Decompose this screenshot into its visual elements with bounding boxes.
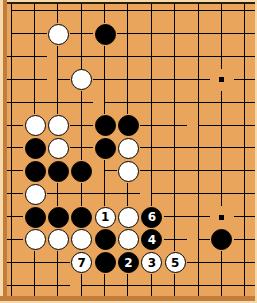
intersection[interactable] xyxy=(23,69,46,92)
intersection[interactable] xyxy=(23,46,46,69)
move-number: 7 xyxy=(78,257,86,269)
white-stone[interactable]: 3 xyxy=(141,252,162,273)
intersection[interactable] xyxy=(164,69,187,92)
white-stone[interactable] xyxy=(48,115,69,136)
intersection[interactable] xyxy=(210,46,233,69)
intersection[interactable] xyxy=(140,46,163,69)
intersection[interactable] xyxy=(70,274,93,297)
intersection[interactable] xyxy=(93,274,116,297)
intersection[interactable] xyxy=(234,228,257,251)
intersection[interactable] xyxy=(164,91,187,114)
hoshi-star-point xyxy=(219,215,224,220)
intersection[interactable] xyxy=(234,91,257,114)
intersection[interactable] xyxy=(187,183,210,206)
intersection[interactable] xyxy=(210,160,233,183)
white-stone[interactable]: 5 xyxy=(165,252,186,273)
intersection[interactable] xyxy=(210,91,233,114)
intersection[interactable] xyxy=(234,160,257,183)
intersection[interactable] xyxy=(187,91,210,114)
intersection[interactable] xyxy=(47,91,70,114)
intersection[interactable] xyxy=(187,46,210,69)
frame-bevel-top-dark xyxy=(0,2,257,4)
intersection[interactable] xyxy=(187,69,210,92)
white-stone[interactable] xyxy=(25,229,46,250)
frame-bevel-right-light xyxy=(255,0,257,303)
white-stone[interactable] xyxy=(71,229,92,250)
intersection[interactable] xyxy=(47,46,70,69)
intersection[interactable] xyxy=(117,274,140,297)
black-stone[interactable]: 6 xyxy=(141,207,162,228)
intersection[interactable] xyxy=(234,251,257,274)
intersection[interactable] xyxy=(234,114,257,137)
white-stone[interactable] xyxy=(25,115,46,136)
white-stone[interactable] xyxy=(48,24,69,45)
white-stone[interactable] xyxy=(118,161,139,182)
intersection[interactable] xyxy=(23,91,46,114)
intersection[interactable] xyxy=(140,274,163,297)
intersection[interactable] xyxy=(140,91,163,114)
intersection[interactable] xyxy=(70,137,93,160)
black-stone[interactable] xyxy=(25,161,46,182)
intersection[interactable] xyxy=(164,206,187,229)
intersection[interactable] xyxy=(140,114,163,137)
white-stone[interactable] xyxy=(25,184,46,205)
intersection[interactable] xyxy=(93,160,116,183)
intersection[interactable] xyxy=(140,183,163,206)
intersection[interactable] xyxy=(210,183,233,206)
intersection[interactable] xyxy=(164,183,187,206)
intersection[interactable] xyxy=(164,23,187,46)
intersection[interactable] xyxy=(234,183,257,206)
intersection[interactable] xyxy=(93,46,116,69)
intersection[interactable] xyxy=(187,23,210,46)
white-stone[interactable] xyxy=(118,138,139,159)
intersection[interactable] xyxy=(70,46,93,69)
black-stone[interactable] xyxy=(71,161,92,182)
intersection[interactable] xyxy=(70,23,93,46)
white-stone[interactable] xyxy=(71,69,92,90)
intersection[interactable] xyxy=(93,91,116,114)
intersection[interactable] xyxy=(187,228,210,251)
intersection[interactable] xyxy=(23,251,46,274)
intersection[interactable] xyxy=(187,206,210,229)
black-stone[interactable] xyxy=(95,229,116,250)
intersection[interactable] xyxy=(117,91,140,114)
intersection[interactable] xyxy=(117,183,140,206)
black-stone[interactable] xyxy=(95,138,116,159)
intersection[interactable] xyxy=(164,137,187,160)
intersection[interactable] xyxy=(164,46,187,69)
intersection[interactable] xyxy=(234,23,257,46)
intersection[interactable] xyxy=(187,160,210,183)
go-diagram: 1647235 xyxy=(0,0,257,303)
intersection[interactable] xyxy=(93,183,116,206)
intersection[interactable] xyxy=(187,251,210,274)
intersection[interactable] xyxy=(70,91,93,114)
intersection[interactable] xyxy=(47,274,70,297)
intersection[interactable] xyxy=(117,46,140,69)
intersection[interactable] xyxy=(210,251,233,274)
intersection[interactable] xyxy=(47,69,70,92)
intersection[interactable] xyxy=(187,114,210,137)
intersection[interactable] xyxy=(140,160,163,183)
white-stone[interactable]: 1 xyxy=(95,207,116,228)
intersection[interactable] xyxy=(234,137,257,160)
black-stone[interactable] xyxy=(95,24,116,45)
black-stone[interactable] xyxy=(118,115,139,136)
frame-bevel-left-dark xyxy=(3,0,7,303)
intersection[interactable] xyxy=(210,137,233,160)
white-stone[interactable]: 7 xyxy=(71,252,92,273)
black-stone[interactable] xyxy=(95,252,116,273)
go-board-grid: 1647235 xyxy=(0,0,257,297)
intersection[interactable] xyxy=(23,23,46,46)
intersection[interactable] xyxy=(187,274,210,297)
intersection[interactable] xyxy=(164,274,187,297)
move-number: 4 xyxy=(148,234,156,246)
intersection[interactable] xyxy=(164,160,187,183)
intersection[interactable] xyxy=(234,69,257,92)
intersection[interactable] xyxy=(140,23,163,46)
intersection[interactable] xyxy=(210,274,233,297)
move-number: 5 xyxy=(171,257,179,269)
intersection[interactable] xyxy=(234,206,257,229)
white-stone[interactable] xyxy=(118,207,139,228)
white-stone[interactable] xyxy=(48,229,69,250)
hoshi-star-point xyxy=(219,77,224,82)
black-stone[interactable] xyxy=(48,207,69,228)
intersection[interactable] xyxy=(140,69,163,92)
intersection[interactable] xyxy=(117,69,140,92)
black-stone[interactable] xyxy=(71,207,92,228)
black-stone[interactable] xyxy=(25,207,46,228)
intersection[interactable] xyxy=(234,46,257,69)
black-stone[interactable]: 4 xyxy=(141,229,162,250)
black-stone[interactable] xyxy=(25,138,46,159)
move-number: 2 xyxy=(124,257,132,269)
intersection[interactable] xyxy=(164,114,187,137)
intersection[interactable] xyxy=(210,114,233,137)
intersection[interactable] xyxy=(47,251,70,274)
intersection[interactable] xyxy=(117,23,140,46)
white-stone[interactable] xyxy=(48,138,69,159)
move-number: 3 xyxy=(148,257,156,269)
intersection[interactable] xyxy=(140,137,163,160)
black-stone[interactable] xyxy=(48,161,69,182)
intersection[interactable] xyxy=(187,137,210,160)
intersection[interactable] xyxy=(234,274,257,297)
intersection[interactable] xyxy=(23,274,46,297)
intersection[interactable] xyxy=(164,228,187,251)
intersection[interactable] xyxy=(93,69,116,92)
intersection[interactable] xyxy=(70,114,93,137)
move-number: 1 xyxy=(101,211,109,223)
intersection[interactable] xyxy=(210,23,233,46)
intersection[interactable] xyxy=(70,183,93,206)
black-stone[interactable]: 2 xyxy=(118,252,139,273)
black-stone[interactable] xyxy=(211,229,232,250)
black-stone[interactable] xyxy=(95,115,116,136)
intersection[interactable] xyxy=(47,183,70,206)
move-number: 6 xyxy=(148,211,156,223)
white-stone[interactable] xyxy=(118,229,139,250)
